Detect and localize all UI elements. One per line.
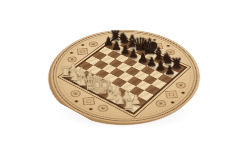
- product-photo-canvas: ♜♞♝♛♚♝♞♜♟♟♟♟♟♟♟♟♟♟♟♟♟♟♟♟♜♞♝♛♚♝♞♜: [0, 0, 240, 150]
- white-rook-glyph: ♜: [116, 97, 142, 112]
- chess-board[interactable]: ♜♞♝♛♚♝♞♜♟♟♟♟♟♟♟♟♟♟♟♟♟♟♟♟♜♞♝♛♚♝♞♜: [18, 15, 228, 148]
- diamond-carving: [165, 91, 177, 99]
- black-pawn-glyph: ♟: [158, 64, 182, 76]
- scene: ♜♞♝♛♚♝♞♜♟♟♟♟♟♟♟♟♟♟♟♟♟♟♟♟♜♞♝♛♚♝♞♜: [0, 0, 240, 150]
